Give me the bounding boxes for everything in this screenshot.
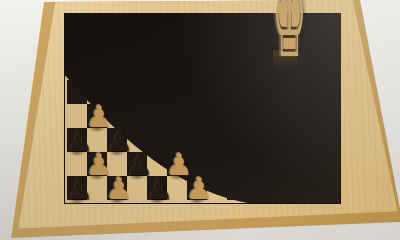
white-king[interactable]: ♚ [272,0,297,73]
light-pawn[interactable]: ♟ [86,102,108,132]
dark-pawn[interactable]: ♟ [66,126,88,156]
light-pawn[interactable]: ♟ [166,150,188,180]
scene: ♟♟♟♟♟♟♟♟♟♟ ♚ [0,0,400,240]
dark-pawn[interactable]: ♟ [66,174,88,204]
